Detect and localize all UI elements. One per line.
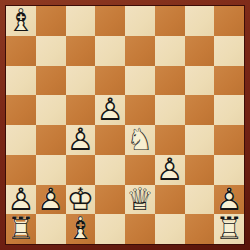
board-frame: ♝♗♟♙♟♙♞♘♟♙♟♙♟♙♚♔♛♕♟♙♜♖♝♗♜♖ bbox=[0, 0, 250, 250]
square-h2[interactable]: ♟♙ bbox=[214, 185, 244, 215]
square-b2[interactable]: ♟♙ bbox=[36, 185, 66, 215]
square-h1[interactable]: ♜♖ bbox=[214, 214, 244, 244]
square-a4[interactable] bbox=[6, 125, 36, 155]
square-f7[interactable] bbox=[155, 36, 185, 66]
square-h8[interactable] bbox=[214, 6, 244, 36]
square-c7[interactable] bbox=[66, 36, 96, 66]
black-undefined-piece bbox=[155, 6, 185, 36]
square-e2[interactable]: ♛♕ bbox=[125, 185, 155, 215]
square-d8[interactable] bbox=[95, 6, 125, 36]
square-a1[interactable]: ♜♖ bbox=[6, 214, 36, 244]
square-f8[interactable] bbox=[155, 6, 185, 36]
square-f1[interactable] bbox=[155, 214, 185, 244]
square-g6[interactable] bbox=[185, 66, 215, 96]
square-h3[interactable] bbox=[214, 155, 244, 185]
square-b5[interactable] bbox=[36, 95, 66, 125]
white-pawn-piece: ♟♙ bbox=[155, 155, 185, 185]
square-d5[interactable]: ♟♙ bbox=[95, 95, 125, 125]
square-h4[interactable] bbox=[214, 125, 244, 155]
black-undefined-piece bbox=[6, 36, 36, 66]
square-c1[interactable]: ♝♗ bbox=[66, 214, 96, 244]
square-e6[interactable] bbox=[125, 66, 155, 96]
square-c4[interactable]: ♟♙ bbox=[66, 125, 96, 155]
square-e8[interactable] bbox=[125, 6, 155, 36]
square-a6[interactable] bbox=[6, 66, 36, 96]
white-knight-piece: ♞♘ bbox=[125, 125, 155, 155]
square-d6[interactable] bbox=[95, 66, 125, 96]
white-pawn-piece: ♟♙ bbox=[36, 185, 66, 215]
square-e4[interactable]: ♞♘ bbox=[125, 125, 155, 155]
square-g5[interactable] bbox=[185, 95, 215, 125]
square-b8[interactable] bbox=[36, 6, 66, 36]
square-h6[interactable] bbox=[214, 66, 244, 96]
white-rook-piece: ♜♖ bbox=[214, 214, 244, 244]
square-a3[interactable] bbox=[6, 155, 36, 185]
black-undefined-piece bbox=[155, 125, 185, 155]
square-h5[interactable] bbox=[214, 95, 244, 125]
white-pawn-piece: ♟♙ bbox=[95, 95, 125, 125]
square-e1[interactable] bbox=[125, 214, 155, 244]
square-d7[interactable] bbox=[95, 36, 125, 66]
square-e3[interactable] bbox=[125, 155, 155, 185]
chess-board: ♝♗♟♙♟♙♞♘♟♙♟♙♟♙♚♔♛♕♟♙♜♖♝♗♜♖ bbox=[6, 6, 244, 244]
square-f3[interactable]: ♟♙ bbox=[155, 155, 185, 185]
chess-app: ♝♗♟♙♟♙♞♘♟♙♟♙♟♙♚♔♛♕♟♙♜♖♝♗♜♖ bbox=[0, 0, 250, 250]
square-f2[interactable] bbox=[155, 185, 185, 215]
square-g3[interactable] bbox=[185, 155, 215, 185]
black-undefined-piece bbox=[36, 125, 66, 155]
black-undefined-piece bbox=[185, 6, 215, 36]
square-c2[interactable]: ♚♔ bbox=[66, 185, 96, 215]
square-a8[interactable]: ♝♗ bbox=[6, 6, 36, 36]
square-g7[interactable] bbox=[185, 36, 215, 66]
square-e7[interactable] bbox=[125, 36, 155, 66]
square-f6[interactable] bbox=[155, 66, 185, 96]
square-a2[interactable]: ♟♙ bbox=[6, 185, 36, 215]
square-b6[interactable] bbox=[36, 66, 66, 96]
square-f5[interactable] bbox=[155, 95, 185, 125]
square-b7[interactable] bbox=[36, 36, 66, 66]
square-h7[interactable] bbox=[214, 36, 244, 66]
square-b4[interactable] bbox=[36, 125, 66, 155]
white-bishop-piece: ♝♗ bbox=[6, 6, 36, 36]
square-c3[interactable] bbox=[66, 155, 96, 185]
square-g1[interactable] bbox=[185, 214, 215, 244]
white-pawn-piece: ♟♙ bbox=[66, 125, 96, 155]
square-c6[interactable] bbox=[66, 66, 96, 96]
white-pawn-piece: ♟♙ bbox=[6, 185, 36, 215]
square-g4[interactable] bbox=[185, 125, 215, 155]
square-b1[interactable] bbox=[36, 214, 66, 244]
black-undefined-piece bbox=[95, 125, 125, 155]
black-undefined-piece bbox=[214, 36, 244, 66]
square-c8[interactable] bbox=[66, 6, 96, 36]
white-bishop-piece: ♝♗ bbox=[66, 214, 96, 244]
square-a7[interactable] bbox=[6, 36, 36, 66]
black-undefined-piece bbox=[125, 95, 155, 125]
white-pawn-piece: ♟♙ bbox=[214, 185, 244, 215]
square-g2[interactable] bbox=[185, 185, 215, 215]
square-d1[interactable] bbox=[95, 214, 125, 244]
black-undefined-piece bbox=[185, 36, 215, 66]
square-c5[interactable] bbox=[66, 95, 96, 125]
square-f4[interactable] bbox=[155, 125, 185, 155]
square-e5[interactable] bbox=[125, 95, 155, 125]
white-queen-piece: ♛♕ bbox=[125, 185, 155, 215]
square-d2[interactable] bbox=[95, 185, 125, 215]
black-undefined-piece bbox=[155, 95, 185, 125]
white-rook-piece: ♜♖ bbox=[6, 214, 36, 244]
square-d3[interactable] bbox=[95, 155, 125, 185]
square-b3[interactable] bbox=[36, 155, 66, 185]
square-d4[interactable] bbox=[95, 125, 125, 155]
square-a5[interactable] bbox=[6, 95, 36, 125]
white-king-piece: ♚♔ bbox=[66, 185, 96, 215]
square-g8[interactable] bbox=[185, 6, 215, 36]
